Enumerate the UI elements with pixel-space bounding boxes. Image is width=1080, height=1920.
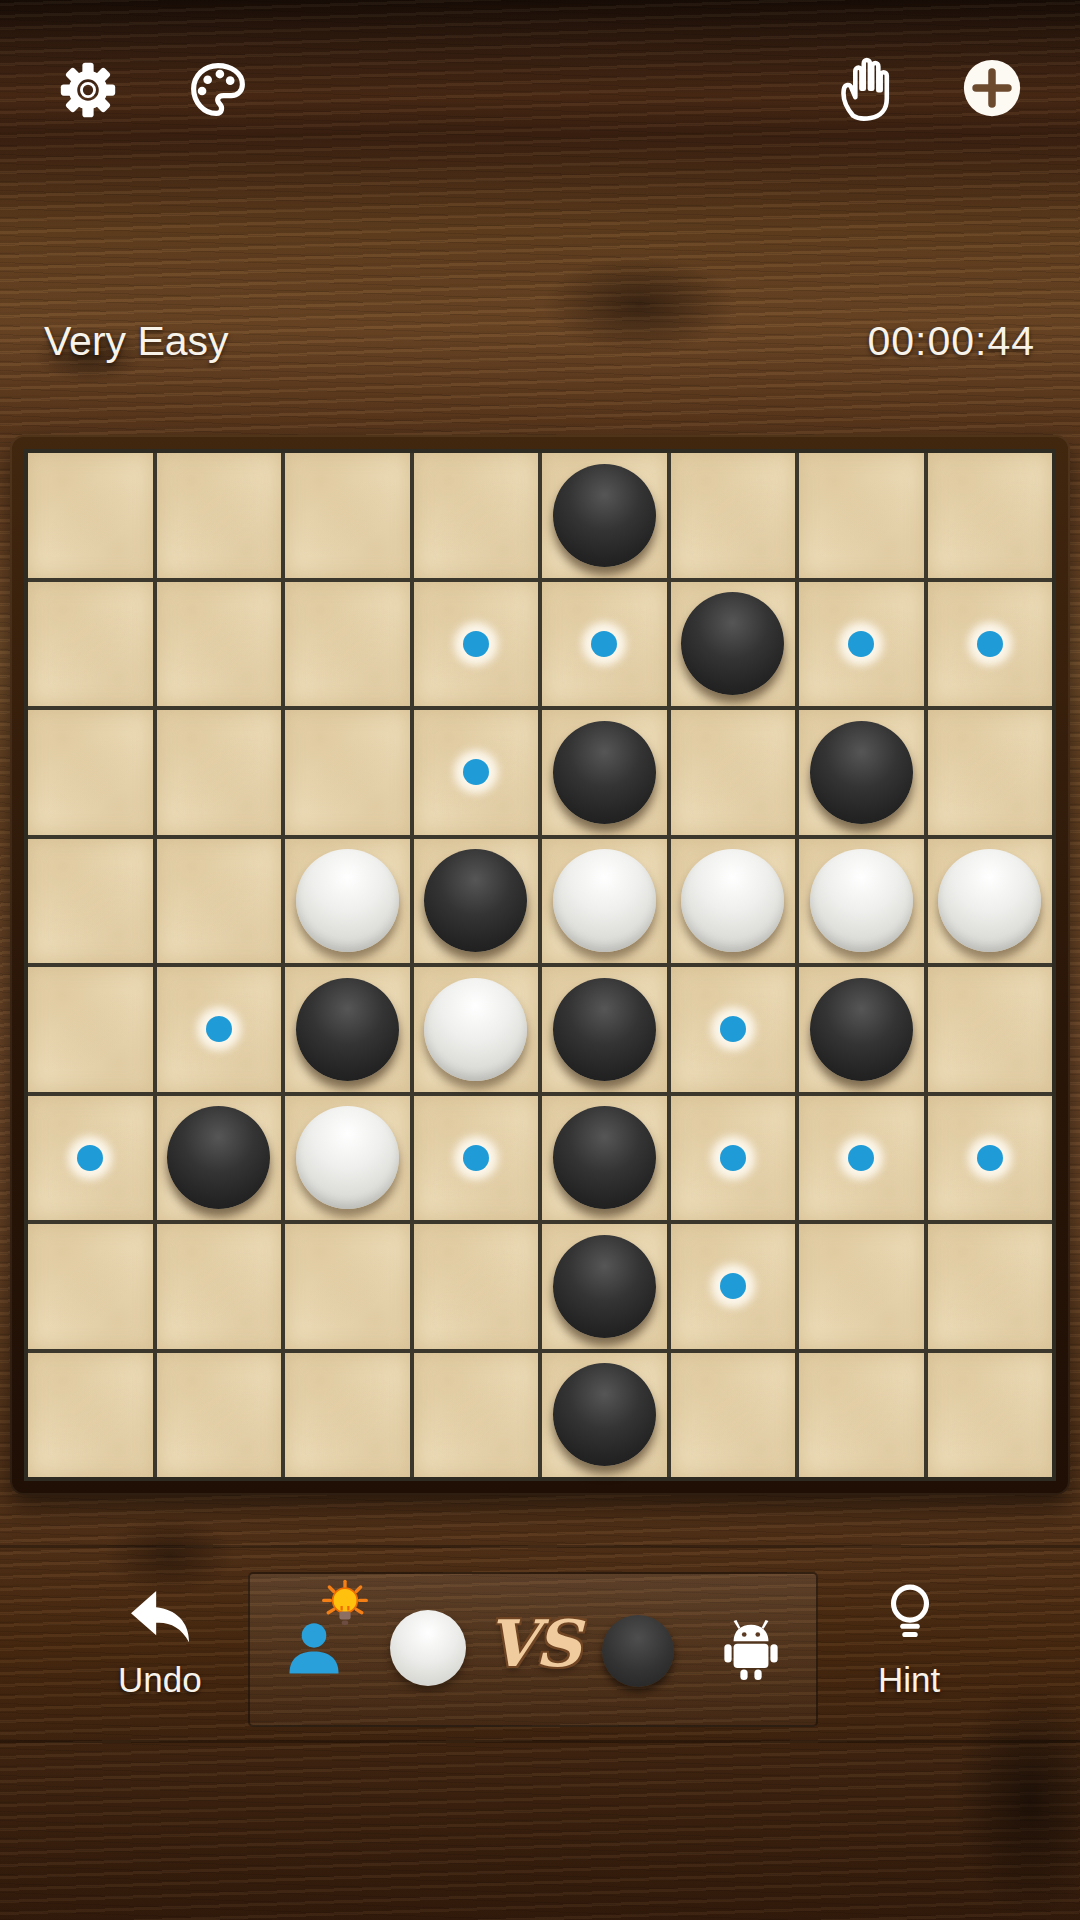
black-disc <box>553 978 656 1081</box>
board-cell[interactable] <box>799 453 924 578</box>
board-cell[interactable] <box>671 1224 796 1349</box>
board-cell[interactable] <box>799 839 924 964</box>
lightbulb-emoji-icon <box>318 1578 372 1634</box>
undo-label[interactable]: Undo <box>118 1660 198 1700</box>
legal-move-dot[interactable] <box>463 631 489 657</box>
board-cell[interactable] <box>28 453 153 578</box>
board-cell[interactable] <box>285 453 410 578</box>
board-cell[interactable] <box>799 582 924 707</box>
legal-move-dot[interactable] <box>720 1273 746 1299</box>
difficulty-label: Very Easy <box>44 318 229 365</box>
board-cell[interactable] <box>28 1353 153 1478</box>
board-cell[interactable] <box>414 453 539 578</box>
new-game-button[interactable] <box>962 58 1022 118</box>
legal-move-dot[interactable] <box>463 1145 489 1171</box>
board-cell[interactable] <box>157 582 282 707</box>
board-cell[interactable] <box>157 839 282 964</box>
board-cell[interactable] <box>542 1353 667 1478</box>
black-disc <box>553 721 656 824</box>
black-disc <box>553 464 656 567</box>
white-disc <box>296 1106 399 1209</box>
legal-move-dot[interactable] <box>591 631 617 657</box>
board-cell[interactable] <box>799 1353 924 1478</box>
board-grid <box>24 449 1056 1481</box>
new-game-plus-icon <box>962 58 1022 118</box>
board-cell[interactable] <box>285 1224 410 1349</box>
board-cell[interactable] <box>285 839 410 964</box>
black-disc <box>296 978 399 1081</box>
board-cell[interactable] <box>928 1353 1053 1478</box>
board-cell[interactable] <box>28 710 153 835</box>
legal-move-dot[interactable] <box>463 759 489 785</box>
black-disc <box>810 721 913 824</box>
board-cell[interactable] <box>542 839 667 964</box>
undo-button[interactable] <box>125 1586 197 1648</box>
board-cell[interactable] <box>157 1224 282 1349</box>
pass-button[interactable] <box>832 55 894 121</box>
board-cell[interactable] <box>671 710 796 835</box>
android-robot-icon <box>720 1616 782 1684</box>
board-cell[interactable] <box>157 453 282 578</box>
black-disc <box>553 1363 656 1466</box>
board-cell[interactable] <box>28 1224 153 1349</box>
board-cell[interactable] <box>671 582 796 707</box>
legal-move-dot[interactable] <box>977 1145 1003 1171</box>
white-disc <box>424 978 527 1081</box>
board-cell[interactable] <box>157 1096 282 1221</box>
board-cell[interactable] <box>928 1096 1053 1221</box>
black-disc <box>167 1106 270 1209</box>
white-disc <box>681 849 784 952</box>
board-cell[interactable] <box>542 453 667 578</box>
board-cell[interactable] <box>671 1096 796 1221</box>
board-cell[interactable] <box>414 710 539 835</box>
white-disc <box>553 849 656 952</box>
board-cell[interactable] <box>928 967 1053 1092</box>
white-disc <box>938 849 1041 952</box>
game-screen: Very Easy 00:00:44 Undo VS <box>0 0 1080 1920</box>
black-disc <box>424 849 527 952</box>
theme-palette-icon <box>188 60 248 120</box>
board-cell[interactable] <box>285 1353 410 1478</box>
hint-button[interactable] <box>884 1582 936 1652</box>
board-cell[interactable] <box>928 710 1053 835</box>
wood-plank-seam <box>0 1740 1080 1743</box>
thinking-badge <box>318 1578 372 1634</box>
board-cell[interactable] <box>414 1096 539 1221</box>
legal-move-dot[interactable] <box>206 1016 232 1042</box>
settings-button[interactable] <box>58 60 118 120</box>
legal-move-dot[interactable] <box>720 1145 746 1171</box>
board-cell[interactable] <box>285 1096 410 1221</box>
board-cell[interactable] <box>285 967 410 1092</box>
board-cell[interactable] <box>799 967 924 1092</box>
white-disc <box>810 849 913 952</box>
board-cell[interactable] <box>28 1096 153 1221</box>
board-cell[interactable] <box>928 839 1053 964</box>
board-cell[interactable] <box>671 453 796 578</box>
board-cell[interactable] <box>799 710 924 835</box>
vs-label: VS <box>478 1598 588 1690</box>
hint-lightbulb-icon <box>885 1583 935 1651</box>
board-cell[interactable] <box>414 1224 539 1349</box>
board-cell[interactable] <box>414 1353 539 1478</box>
board-cell[interactable] <box>414 582 539 707</box>
hint-label[interactable]: Hint <box>869 1660 949 1700</box>
board-cell[interactable] <box>414 967 539 1092</box>
board-cell[interactable] <box>28 839 153 964</box>
board-cell[interactable] <box>542 1224 667 1349</box>
board-cell[interactable] <box>671 967 796 1092</box>
board-cell[interactable] <box>28 967 153 1092</box>
board-cell[interactable] <box>157 710 282 835</box>
board-cell[interactable] <box>414 839 539 964</box>
board-cell[interactable] <box>157 1353 282 1478</box>
board-cell[interactable] <box>285 582 410 707</box>
settings-gear-icon <box>58 60 118 120</box>
black-disc <box>553 1235 656 1338</box>
board-cell[interactable] <box>157 967 282 1092</box>
board-cell[interactable] <box>28 582 153 707</box>
board-cell[interactable] <box>542 710 667 835</box>
white-player-disc <box>390 1610 466 1686</box>
wood-plank-seam <box>0 1545 1080 1548</box>
board-cell[interactable] <box>928 1224 1053 1349</box>
android-player-avatar <box>718 1614 784 1686</box>
legal-move-dot[interactable] <box>720 1016 746 1042</box>
legal-move-dot[interactable] <box>848 1145 874 1171</box>
pass-hand-icon <box>834 55 892 121</box>
board-cell[interactable] <box>799 1224 924 1349</box>
black-disc <box>810 978 913 1081</box>
black-disc <box>681 592 784 695</box>
white-disc <box>296 849 399 952</box>
board-frame <box>10 435 1070 1495</box>
board-cell[interactable] <box>928 453 1053 578</box>
timer-label: 00:00:44 <box>867 318 1035 365</box>
undo-arrow-icon <box>126 1588 196 1646</box>
board-cell[interactable] <box>542 582 667 707</box>
theme-button[interactable] <box>188 60 248 120</box>
black-player-disc <box>602 1615 674 1687</box>
board-cell[interactable] <box>671 839 796 964</box>
board-cell[interactable] <box>542 1096 667 1221</box>
board-cell[interactable] <box>799 1096 924 1221</box>
legal-move-dot[interactable] <box>977 631 1003 657</box>
legal-move-dot[interactable] <box>77 1145 103 1171</box>
legal-move-dot[interactable] <box>848 631 874 657</box>
board-cell[interactable] <box>928 582 1053 707</box>
board-cell[interactable] <box>285 710 410 835</box>
board-cell[interactable] <box>671 1353 796 1478</box>
board-cell[interactable] <box>542 967 667 1092</box>
black-disc <box>553 1106 656 1209</box>
